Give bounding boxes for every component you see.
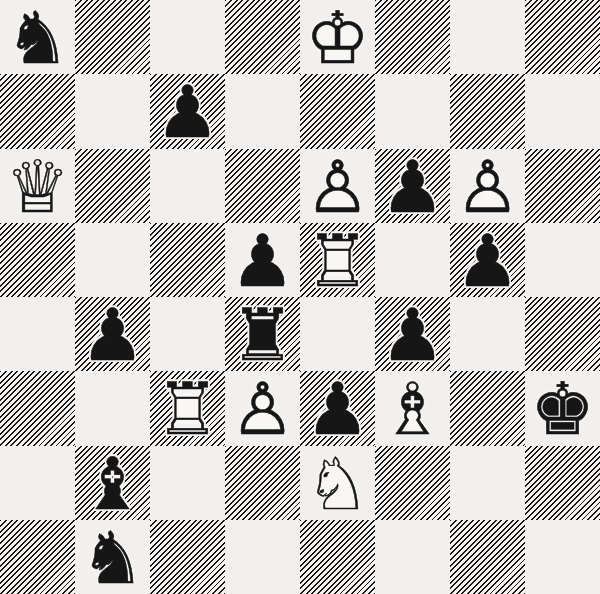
- piece-white-pawn: ♟♙: [450, 149, 525, 223]
- black-pawn-glyph: ♟: [155, 76, 220, 148]
- square-g7[interactable]: [450, 74, 525, 148]
- square-f7[interactable]: [375, 74, 450, 148]
- square-a7[interactable]: [0, 74, 75, 148]
- white-pawn-glyph: ♟: [230, 373, 295, 445]
- square-c3[interactable]: ♜♖: [150, 371, 225, 445]
- piece-black-pawn: ♟: [150, 74, 225, 148]
- square-c1[interactable]: [150, 520, 225, 594]
- piece-white-knight: ♞♘: [300, 446, 375, 520]
- square-e4[interactable]: [300, 297, 375, 371]
- square-e3[interactable]: ♟: [300, 371, 375, 445]
- square-b8[interactable]: [75, 0, 150, 74]
- black-rook-glyph: ♜: [230, 299, 295, 371]
- piece-white-bishop: ♝♗: [375, 371, 450, 445]
- piece-white-rook: ♜♖: [300, 223, 375, 297]
- piece-black-pawn: ♟: [375, 149, 450, 223]
- square-d2[interactable]: [225, 446, 300, 520]
- white-rook-glyph: ♜: [305, 225, 370, 297]
- square-e1[interactable]: [300, 520, 375, 594]
- square-a2[interactable]: [0, 446, 75, 520]
- black-pawn-glyph: ♟: [380, 151, 445, 223]
- square-h7[interactable]: [525, 74, 600, 148]
- black-pawn-glyph: ♟: [230, 225, 295, 297]
- black-pawn-glyph: ♟: [305, 373, 370, 445]
- square-f8[interactable]: [375, 0, 450, 74]
- square-c7[interactable]: ♟: [150, 74, 225, 148]
- piece-black-rook: ♜: [225, 297, 300, 371]
- white-knight-outline: ♘: [305, 448, 370, 520]
- square-a4[interactable]: [0, 297, 75, 371]
- square-h1[interactable]: [525, 520, 600, 594]
- square-g1[interactable]: [450, 520, 525, 594]
- white-rook-glyph: ♜: [155, 373, 220, 445]
- piece-black-bishop: ♝: [75, 446, 150, 520]
- piece-black-pawn: ♟: [75, 297, 150, 371]
- square-d6[interactable]: [225, 149, 300, 223]
- white-bishop-glyph: ♝: [380, 373, 445, 445]
- square-d3[interactable]: ♟♙: [225, 371, 300, 445]
- black-bishop-glyph: ♝: [80, 448, 145, 520]
- square-g4[interactable]: [450, 297, 525, 371]
- square-g6[interactable]: ♟♙: [450, 149, 525, 223]
- black-pawn-glyph: ♟: [80, 299, 145, 371]
- piece-black-pawn: ♟: [300, 371, 375, 445]
- black-knight-glyph: ♞: [5, 2, 70, 74]
- piece-black-pawn: ♟: [375, 297, 450, 371]
- piece-white-pawn: ♟♙: [225, 371, 300, 445]
- square-f4[interactable]: ♟: [375, 297, 450, 371]
- square-b6[interactable]: [75, 149, 150, 223]
- square-d5[interactable]: ♟: [225, 223, 300, 297]
- square-f1[interactable]: [375, 520, 450, 594]
- black-knight-glyph: ♞: [80, 522, 145, 594]
- square-f5[interactable]: [375, 223, 450, 297]
- white-king-glyph: ♚: [305, 2, 370, 74]
- square-f2[interactable]: [375, 446, 450, 520]
- white-pawn-outline: ♙: [455, 151, 520, 223]
- white-pawn-outline: ♙: [305, 151, 370, 223]
- square-a5[interactable]: [0, 223, 75, 297]
- square-e5[interactable]: ♜♖: [300, 223, 375, 297]
- square-f6[interactable]: ♟: [375, 149, 450, 223]
- square-g3[interactable]: [450, 371, 525, 445]
- square-e8[interactable]: ♚♔: [300, 0, 375, 74]
- square-a1[interactable]: [0, 520, 75, 594]
- black-king-glyph: ♚: [530, 373, 595, 445]
- square-e2[interactable]: ♞♘: [300, 446, 375, 520]
- black-pawn-glyph: ♟: [380, 299, 445, 371]
- white-rook-outline: ♖: [305, 225, 370, 297]
- white-queen-glyph: ♛: [5, 151, 70, 223]
- square-d1[interactable]: [225, 520, 300, 594]
- white-pawn-outline: ♙: [230, 373, 295, 445]
- square-f3[interactable]: ♝♗: [375, 371, 450, 445]
- square-b7[interactable]: [75, 74, 150, 148]
- black-pawn-glyph: ♟: [455, 225, 520, 297]
- square-b2[interactable]: ♝: [75, 446, 150, 520]
- square-h3[interactable]: ♚: [525, 371, 600, 445]
- white-pawn-glyph: ♟: [305, 151, 370, 223]
- square-b5[interactable]: [75, 223, 150, 297]
- square-g2[interactable]: [450, 446, 525, 520]
- square-c4[interactable]: [150, 297, 225, 371]
- square-h8[interactable]: [525, 0, 600, 74]
- white-knight-glyph: ♞: [305, 448, 370, 520]
- scanned-chess-diagram: ♞♚♔♟♛♕♟♙♟♟♙♟♜♖♟♟♜♟♜♖♟♙♟♝♗♚♝♞♘♞: [0, 0, 600, 594]
- white-bishop-outline: ♗: [380, 373, 445, 445]
- square-c5[interactable]: [150, 223, 225, 297]
- square-h6[interactable]: [525, 149, 600, 223]
- piece-black-pawn: ♟: [450, 223, 525, 297]
- square-h2[interactable]: [525, 446, 600, 520]
- piece-black-king: ♚: [525, 371, 600, 445]
- piece-white-queen: ♛♕: [0, 149, 75, 223]
- square-g8[interactable]: [450, 0, 525, 74]
- piece-black-knight: ♞: [0, 0, 75, 74]
- square-c2[interactable]: [150, 446, 225, 520]
- white-king-outline: ♔: [305, 2, 370, 74]
- square-a8[interactable]: ♞: [0, 0, 75, 74]
- piece-white-king: ♚♔: [300, 0, 375, 74]
- square-h4[interactable]: [525, 297, 600, 371]
- square-d7[interactable]: [225, 74, 300, 148]
- square-b1[interactable]: ♞: [75, 520, 150, 594]
- white-pawn-glyph: ♟: [455, 151, 520, 223]
- chess-board: ♞♚♔♟♛♕♟♙♟♟♙♟♜♖♟♟♜♟♜♖♟♙♟♝♗♚♝♞♘♞: [0, 0, 600, 594]
- square-b3[interactable]: [75, 371, 150, 445]
- square-b4[interactable]: ♟: [75, 297, 150, 371]
- square-h5[interactable]: [525, 223, 600, 297]
- white-queen-outline: ♕: [5, 151, 70, 223]
- square-d8[interactable]: [225, 0, 300, 74]
- square-g5[interactable]: ♟: [450, 223, 525, 297]
- square-e6[interactable]: ♟♙: [300, 149, 375, 223]
- piece-black-pawn: ♟: [225, 223, 300, 297]
- square-e7[interactable]: [300, 74, 375, 148]
- square-d4[interactable]: ♜: [225, 297, 300, 371]
- square-a3[interactable]: [0, 371, 75, 445]
- piece-white-pawn: ♟♙: [300, 149, 375, 223]
- square-a6[interactable]: ♛♕: [0, 149, 75, 223]
- piece-black-knight: ♞: [75, 520, 150, 594]
- square-c8[interactable]: [150, 0, 225, 74]
- square-c6[interactable]: [150, 149, 225, 223]
- piece-white-rook: ♜♖: [150, 371, 225, 445]
- white-rook-outline: ♖: [155, 373, 220, 445]
